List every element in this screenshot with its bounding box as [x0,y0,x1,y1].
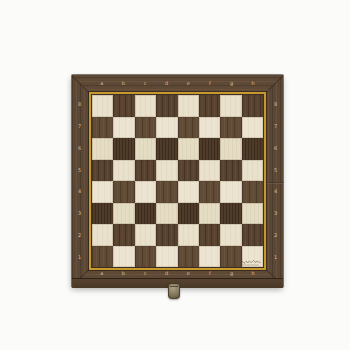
square-e8[interactable] [178,95,199,117]
square-a7[interactable] [92,117,113,139]
square-g4[interactable] [220,181,241,203]
square-g8[interactable] [220,95,241,117]
square-h6[interactable] [242,138,263,160]
square-g2[interactable] [220,224,241,246]
square-h4[interactable] [242,181,263,203]
square-b2[interactable] [113,224,134,246]
maker-signature [240,258,263,266]
square-b5[interactable] [113,160,134,182]
square-f8[interactable] [199,95,220,117]
square-e6[interactable] [178,138,199,160]
square-e4[interactable] [178,181,199,203]
square-g7[interactable] [220,117,241,139]
square-a3[interactable] [92,203,113,225]
square-h5[interactable] [242,160,263,182]
square-f7[interactable] [199,117,220,139]
square-h2[interactable] [242,224,263,246]
square-h8[interactable] [242,95,263,117]
square-g6[interactable] [220,138,241,160]
square-b4[interactable] [113,181,134,203]
playing-field [92,95,263,267]
square-c5[interactable] [135,160,156,182]
square-d3[interactable] [156,203,177,225]
square-c4[interactable] [135,181,156,203]
square-e7[interactable] [178,117,199,139]
square-d2[interactable] [156,224,177,246]
square-d7[interactable] [156,117,177,139]
square-c1[interactable] [135,246,156,268]
square-a5[interactable] [92,160,113,182]
square-c6[interactable] [135,138,156,160]
square-g3[interactable] [220,203,241,225]
square-f6[interactable] [199,138,220,160]
square-e3[interactable] [178,203,199,225]
square-d4[interactable] [156,181,177,203]
fold-seam [262,182,284,184]
square-f3[interactable] [199,203,220,225]
square-a2[interactable] [92,224,113,246]
photo-background: abcdefgh abcdefgh 87654321 87654321 [0,0,350,350]
square-a1[interactable] [92,246,113,268]
square-f4[interactable] [199,181,220,203]
square-e5[interactable] [178,160,199,182]
square-f1[interactable] [199,246,220,268]
square-c2[interactable] [135,224,156,246]
square-f5[interactable] [199,160,220,182]
square-g5[interactable] [220,160,241,182]
square-b1[interactable] [113,246,134,268]
square-d8[interactable] [156,95,177,117]
square-c8[interactable] [135,95,156,117]
brass-latch [168,283,180,299]
square-e1[interactable] [178,246,199,268]
square-b8[interactable] [113,95,134,117]
square-c3[interactable] [135,203,156,225]
square-a8[interactable] [92,95,113,117]
frame-right [264,75,283,287]
square-d1[interactable] [156,246,177,268]
square-a4[interactable] [92,181,113,203]
square-h7[interactable] [242,117,263,139]
square-a6[interactable] [92,138,113,160]
square-b3[interactable] [113,203,134,225]
frame-top [72,75,283,94]
square-g1[interactable] [220,246,241,268]
square-c7[interactable] [135,117,156,139]
square-h3[interactable] [242,203,263,225]
frame-left [72,75,91,287]
square-b7[interactable] [113,117,134,139]
chess-board: abcdefgh abcdefgh 87654321 87654321 [72,75,283,287]
square-e2[interactable] [178,224,199,246]
square-d5[interactable] [156,160,177,182]
square-b6[interactable] [113,138,134,160]
square-f2[interactable] [199,224,220,246]
square-d6[interactable] [156,138,177,160]
